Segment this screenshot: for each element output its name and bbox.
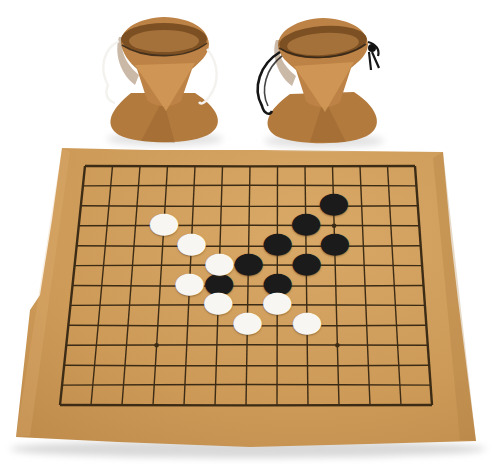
board-line	[277, 166, 278, 405]
product-photo-scene: ●●●●●●●●●●●●●●●●	[0, 0, 500, 468]
bag-left-opening-inner	[129, 30, 199, 52]
star-point	[335, 343, 340, 348]
star-point	[154, 343, 159, 348]
drawstring-bag-left	[95, 5, 237, 150]
star-point	[162, 224, 167, 229]
drawstring-bag-right	[246, 2, 396, 152]
star-point	[332, 224, 337, 229]
